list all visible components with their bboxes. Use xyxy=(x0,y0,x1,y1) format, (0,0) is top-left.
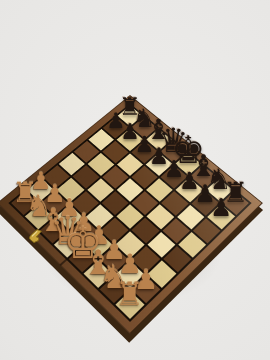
product-photo-scene: ♜♞♝♛♚♝♞♜♟♟♟♟♟♟♟♟♟♟♟♟♟♟♟♟♜♞♝♛♚♝♞♜ xyxy=(0,0,270,360)
